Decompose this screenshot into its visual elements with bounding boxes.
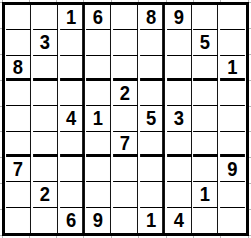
cell-r3c1[interactable]: 8 <box>6 56 31 81</box>
cell-r5c5[interactable] <box>113 106 138 131</box>
cell-r6c1[interactable] <box>6 132 31 157</box>
cell-r1c1[interactable] <box>6 5 31 30</box>
cell-r6c4[interactable] <box>86 132 111 157</box>
cell-r6c6[interactable] <box>140 132 165 157</box>
cell-r5c8[interactable] <box>194 106 219 131</box>
cell-r4c1[interactable] <box>6 81 31 106</box>
cell-r4c3[interactable] <box>60 81 85 106</box>
cell-r1c2[interactable] <box>33 5 58 30</box>
cell-r7c6[interactable] <box>140 157 165 182</box>
cell-r4c7[interactable] <box>167 81 192 106</box>
cell-r2c1[interactable] <box>6 30 31 55</box>
cell-r9c7[interactable]: 4 <box>167 208 192 233</box>
cell-r6c5[interactable]: 7 <box>113 132 138 157</box>
cell-r2c5[interactable] <box>113 30 138 55</box>
cell-r9c9[interactable] <box>220 208 245 233</box>
cell-r7c1[interactable]: 7 <box>6 157 31 182</box>
cell-r3c4[interactable] <box>86 56 111 81</box>
cell-r8c8[interactable]: 1 <box>194 182 219 207</box>
cell-r9c8[interactable] <box>194 208 219 233</box>
cell-r3c5[interactable] <box>113 56 138 81</box>
cell-r3c8[interactable] <box>194 56 219 81</box>
cell-r6c3[interactable] <box>60 132 85 157</box>
cell-r6c9[interactable] <box>220 132 245 157</box>
cell-r8c1[interactable] <box>6 182 31 207</box>
cell-r7c3[interactable] <box>60 157 85 182</box>
cell-r1c4[interactable]: 6 <box>86 5 111 30</box>
cell-r5c1[interactable] <box>6 106 31 131</box>
cell-r8c4[interactable] <box>86 182 111 207</box>
cell-r6c7[interactable] <box>167 132 192 157</box>
cell-r2c6[interactable] <box>140 30 165 55</box>
cell-r5c6[interactable]: 5 <box>140 106 165 131</box>
cell-r1c8[interactable] <box>194 5 219 30</box>
cell-r5c9[interactable] <box>220 106 245 131</box>
cell-r2c3[interactable] <box>60 30 85 55</box>
cell-r5c4[interactable]: 1 <box>86 106 111 131</box>
cell-r4c2[interactable] <box>33 81 58 106</box>
sudoku-board: 1689358124153779216914 <box>2 2 249 236</box>
cell-r4c9[interactable] <box>220 81 245 106</box>
cell-r9c6[interactable]: 1 <box>140 208 165 233</box>
cell-r9c5[interactable] <box>113 208 138 233</box>
cell-r8c9[interactable] <box>220 182 245 207</box>
cell-r6c8[interactable] <box>194 132 219 157</box>
cell-r6c2[interactable] <box>33 132 58 157</box>
cell-r8c6[interactable] <box>140 182 165 207</box>
cell-r8c5[interactable] <box>113 182 138 207</box>
cell-r2c4[interactable] <box>86 30 111 55</box>
cell-r9c2[interactable] <box>33 208 58 233</box>
cell-r1c9[interactable] <box>220 5 245 30</box>
cell-r7c5[interactable] <box>113 157 138 182</box>
cell-r9c4[interactable]: 9 <box>86 208 111 233</box>
cell-r9c1[interactable] <box>6 208 31 233</box>
cell-r4c8[interactable] <box>194 81 219 106</box>
cell-r8c3[interactable] <box>60 182 85 207</box>
cell-r5c3[interactable]: 4 <box>60 106 85 131</box>
cell-r2c9[interactable] <box>220 30 245 55</box>
cell-r4c6[interactable] <box>140 81 165 106</box>
cell-r7c9[interactable]: 9 <box>220 157 245 182</box>
cell-r1c6[interactable]: 8 <box>140 5 165 30</box>
cell-r4c5[interactable]: 2 <box>113 81 138 106</box>
cell-r5c2[interactable] <box>33 106 58 131</box>
cell-r3c2[interactable] <box>33 56 58 81</box>
cell-r4c4[interactable] <box>86 81 111 106</box>
cell-r8c2[interactable]: 2 <box>33 182 58 207</box>
cell-r2c8[interactable]: 5 <box>194 30 219 55</box>
cell-r8c7[interactable] <box>167 182 192 207</box>
cell-r2c2[interactable]: 3 <box>33 30 58 55</box>
cell-r1c7[interactable]: 9 <box>167 5 192 30</box>
cell-r3c7[interactable] <box>167 56 192 81</box>
sudoku-page: 1689358124153779216914 <box>0 0 251 238</box>
cell-r3c6[interactable] <box>140 56 165 81</box>
cell-r7c4[interactable] <box>86 157 111 182</box>
cell-r9c3[interactable]: 6 <box>60 208 85 233</box>
cell-r7c7[interactable] <box>167 157 192 182</box>
cell-r3c3[interactable] <box>60 56 85 81</box>
cell-r7c2[interactable] <box>33 157 58 182</box>
cell-r7c8[interactable] <box>194 157 219 182</box>
cell-r1c5[interactable] <box>113 5 138 30</box>
cell-r3c9[interactable]: 1 <box>220 56 245 81</box>
cell-r1c3[interactable]: 1 <box>60 5 85 30</box>
cell-r2c7[interactable] <box>167 30 192 55</box>
cell-r5c7[interactable]: 3 <box>167 106 192 131</box>
